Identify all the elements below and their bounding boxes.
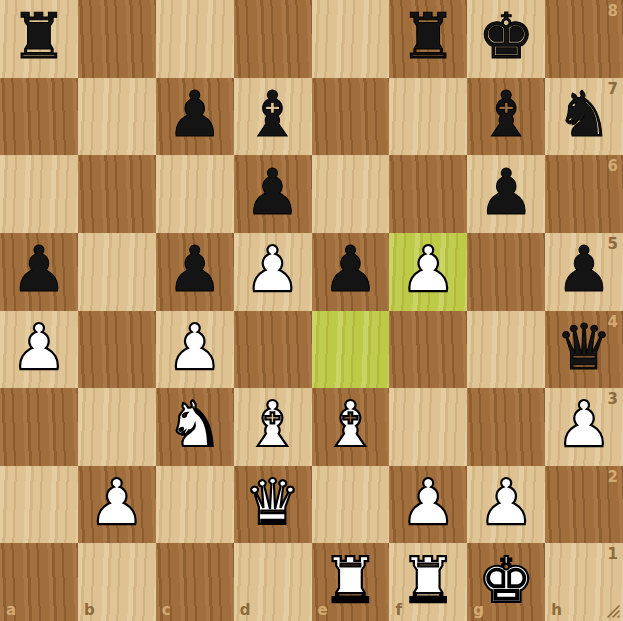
square-a7[interactable] (0, 78, 78, 156)
square-d5[interactable]: ♟ (234, 233, 312, 311)
chess-board-wrap: ♜♜♚8♟♝♝♞7♟♟6♟♟♟♟♟♟5♟♟♛4♞♝♝♟3♟♛♟♟2abcd♜e♜… (0, 0, 623, 621)
square-a1[interactable]: a (0, 543, 78, 621)
square-e2[interactable] (312, 466, 390, 544)
square-b3[interactable] (78, 388, 156, 466)
piece-white-pawn[interactable]: ♟ (556, 393, 612, 456)
square-d6[interactable]: ♟ (234, 155, 312, 233)
file-label-b: b (84, 601, 95, 619)
square-h2[interactable]: 2 (545, 466, 623, 544)
file-label-h: h (551, 601, 562, 619)
square-e3[interactable]: ♝ (312, 388, 390, 466)
square-h7[interactable]: ♞7 (545, 78, 623, 156)
square-c8[interactable] (156, 0, 234, 78)
piece-black-pawn[interactable]: ♟ (322, 238, 378, 301)
piece-black-bishop[interactable]: ♝ (244, 83, 300, 146)
square-e6[interactable] (312, 155, 390, 233)
square-c2[interactable] (156, 466, 234, 544)
square-h4[interactable]: ♛4 (545, 311, 623, 389)
square-g1[interactable]: ♚g (467, 543, 545, 621)
square-d1[interactable]: d (234, 543, 312, 621)
piece-white-pawn[interactable]: ♟ (166, 316, 222, 379)
piece-black-pawn[interactable]: ♟ (556, 238, 612, 301)
square-h5[interactable]: ♟5 (545, 233, 623, 311)
square-f6[interactable] (389, 155, 467, 233)
square-h6[interactable]: 6 (545, 155, 623, 233)
piece-black-king[interactable]: ♚ (478, 5, 534, 68)
piece-white-knight[interactable]: ♞ (166, 393, 222, 456)
resize-handle-icon[interactable] (605, 603, 621, 619)
square-f5[interactable]: ♟ (389, 233, 467, 311)
square-d4[interactable] (234, 311, 312, 389)
square-c1[interactable]: c (156, 543, 234, 621)
square-b5[interactable] (78, 233, 156, 311)
square-a8[interactable]: ♜ (0, 0, 78, 78)
square-a4[interactable]: ♟ (0, 311, 78, 389)
square-d7[interactable]: ♝ (234, 78, 312, 156)
square-e8[interactable] (312, 0, 390, 78)
square-g7[interactable]: ♝ (467, 78, 545, 156)
file-label-c: c (162, 601, 171, 619)
piece-black-pawn[interactable]: ♟ (478, 161, 534, 224)
square-h8[interactable]: 8 (545, 0, 623, 78)
file-label-a: a (6, 601, 16, 619)
square-e1[interactable]: ♜e (312, 543, 390, 621)
square-b2[interactable]: ♟ (78, 466, 156, 544)
square-f1[interactable]: ♜f (389, 543, 467, 621)
piece-white-king[interactable]: ♚ (478, 549, 534, 612)
square-e5[interactable]: ♟ (312, 233, 390, 311)
piece-black-rook[interactable]: ♜ (400, 5, 456, 68)
piece-white-pawn[interactable]: ♟ (244, 238, 300, 301)
square-e4[interactable] (312, 311, 390, 389)
square-b4[interactable] (78, 311, 156, 389)
piece-black-bishop[interactable]: ♝ (478, 83, 534, 146)
piece-white-bishop[interactable]: ♝ (244, 393, 300, 456)
piece-white-rook[interactable]: ♜ (322, 549, 378, 612)
square-g5[interactable] (467, 233, 545, 311)
piece-black-pawn[interactable]: ♟ (166, 238, 222, 301)
square-g6[interactable]: ♟ (467, 155, 545, 233)
piece-black-rook[interactable]: ♜ (11, 5, 67, 68)
square-a5[interactable]: ♟ (0, 233, 78, 311)
square-a3[interactable] (0, 388, 78, 466)
square-a6[interactable] (0, 155, 78, 233)
square-c3[interactable]: ♞ (156, 388, 234, 466)
square-g3[interactable] (467, 388, 545, 466)
piece-white-pawn[interactable]: ♟ (400, 238, 456, 301)
square-b6[interactable] (78, 155, 156, 233)
piece-white-pawn[interactable]: ♟ (400, 471, 456, 534)
square-d3[interactable]: ♝ (234, 388, 312, 466)
piece-white-bishop[interactable]: ♝ (322, 393, 378, 456)
square-e7[interactable] (312, 78, 390, 156)
file-label-d: d (240, 601, 251, 619)
square-c5[interactable]: ♟ (156, 233, 234, 311)
piece-white-pawn[interactable]: ♟ (89, 471, 145, 534)
chess-board: ♜♜♚8♟♝♝♞7♟♟6♟♟♟♟♟♟5♟♟♛4♞♝♝♟3♟♛♟♟2abcd♜e♜… (0, 0, 623, 621)
square-g2[interactable]: ♟ (467, 466, 545, 544)
square-a2[interactable] (0, 466, 78, 544)
piece-black-pawn[interactable]: ♟ (244, 161, 300, 224)
square-c4[interactable]: ♟ (156, 311, 234, 389)
rank-label-6: 6 (608, 157, 618, 175)
piece-black-pawn[interactable]: ♟ (166, 83, 222, 146)
square-c6[interactable] (156, 155, 234, 233)
square-b8[interactable] (78, 0, 156, 78)
piece-white-rook[interactable]: ♜ (400, 549, 456, 612)
rank-label-8: 8 (608, 2, 618, 20)
square-d2[interactable]: ♛ (234, 466, 312, 544)
square-f3[interactable] (389, 388, 467, 466)
piece-black-queen[interactable]: ♛ (556, 316, 612, 379)
piece-black-pawn[interactable]: ♟ (11, 238, 67, 301)
piece-white-queen[interactable]: ♛ (244, 471, 300, 534)
square-b7[interactable] (78, 78, 156, 156)
piece-black-knight[interactable]: ♞ (556, 83, 612, 146)
square-c7[interactable]: ♟ (156, 78, 234, 156)
square-g8[interactable]: ♚ (467, 0, 545, 78)
square-h3[interactable]: ♟3 (545, 388, 623, 466)
square-f8[interactable]: ♜ (389, 0, 467, 78)
square-d8[interactable] (234, 0, 312, 78)
square-f7[interactable] (389, 78, 467, 156)
rank-label-1: 1 (608, 545, 618, 563)
square-b1[interactable]: b (78, 543, 156, 621)
rank-label-2: 2 (608, 468, 618, 486)
square-g4[interactable] (467, 311, 545, 389)
square-f4[interactable] (389, 311, 467, 389)
piece-white-pawn[interactable]: ♟ (478, 471, 534, 534)
piece-white-pawn[interactable]: ♟ (11, 316, 67, 379)
square-f2[interactable]: ♟ (389, 466, 467, 544)
